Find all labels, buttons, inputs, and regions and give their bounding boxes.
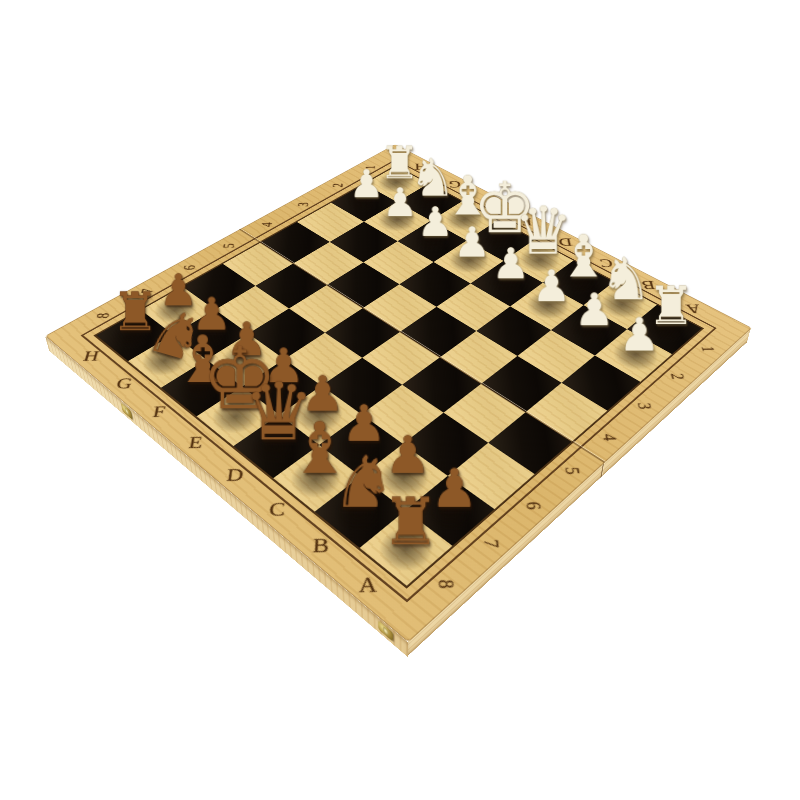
brass-clasp-lower bbox=[378, 620, 393, 641]
rank-label-4: 4 bbox=[258, 222, 276, 227]
rank-label-8: 8 bbox=[432, 579, 458, 588]
file-label-b: B bbox=[312, 534, 329, 557]
brass-clasp-upper bbox=[121, 402, 133, 420]
file-label-d: D bbox=[226, 465, 245, 485]
rank-label-5: 5 bbox=[220, 243, 239, 248]
file-label-g: G bbox=[115, 375, 135, 392]
rook-glyph: ♜ bbox=[355, 491, 466, 553]
rank-label-7: 7 bbox=[477, 539, 502, 548]
rank-label-5: 5 bbox=[559, 466, 583, 474]
rank-label-4: 4 bbox=[597, 433, 621, 440]
file-label-h: H bbox=[82, 348, 102, 364]
fold-seam-side-mark bbox=[600, 462, 604, 478]
scene: 87654321 87654321 HGFEDCBA HGFEDCBA ♜♞♟♝… bbox=[0, 0, 800, 800]
file-label-e: E bbox=[188, 433, 205, 452]
rank-label-3: 3 bbox=[632, 402, 655, 409]
file-label-c: C bbox=[268, 498, 286, 520]
rank-label-1: 1 bbox=[696, 346, 718, 352]
pawn-glyph: ♟ bbox=[593, 314, 685, 358]
photo-background: 87654321 87654321 HGFEDCBA HGFEDCBA ♜♞♟♝… bbox=[0, 0, 800, 800]
file-label-a: A bbox=[359, 573, 377, 598]
rank-label-2: 2 bbox=[665, 373, 688, 379]
file-label-f: F bbox=[151, 403, 167, 421]
rank-label-3: 3 bbox=[294, 202, 312, 206]
chess-board: 87654321 87654321 HGFEDCBA HGFEDCBA ♜♞♟♝… bbox=[45, 144, 752, 642]
rank-label-6: 6 bbox=[520, 501, 545, 509]
